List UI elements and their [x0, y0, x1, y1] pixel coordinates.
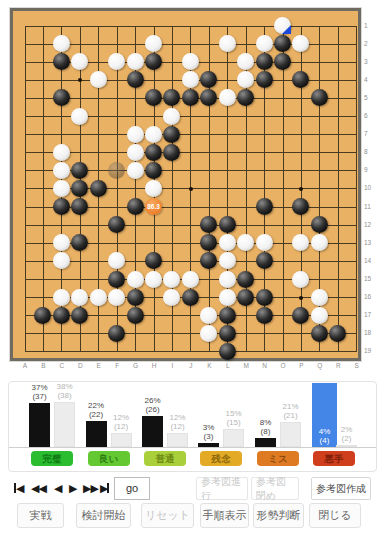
column-label: D [77, 363, 84, 370]
row-label: 6 [364, 113, 376, 120]
black-stone [219, 325, 236, 342]
grid-line [25, 351, 358, 352]
action-button-3: リセット [141, 503, 194, 528]
white-stone [127, 53, 144, 70]
white-stone [108, 289, 125, 306]
black-vote-label: 8%(8) [251, 418, 281, 436]
black-stone [127, 307, 144, 324]
white-stone [256, 234, 273, 251]
black-stone [108, 216, 125, 233]
black-stone [256, 53, 273, 70]
black-stone [127, 71, 144, 88]
black-stone [145, 252, 162, 269]
row-label: 5 [364, 95, 376, 102]
column-label: Q [316, 363, 323, 370]
vote-button-6[interactable]: 悪手 [313, 451, 355, 466]
black-stone [53, 198, 70, 215]
fast-backward-icon[interactable]: ◀◀ [31, 478, 46, 498]
white-stone [311, 307, 328, 324]
row-label: 13 [364, 240, 376, 247]
action-button-6[interactable]: 閉じる [309, 503, 361, 528]
go-input[interactable]: go [114, 477, 150, 500]
white-stone [182, 271, 199, 288]
fast-forward-icon[interactable]: ▶▶ [83, 478, 98, 498]
black-stone [292, 198, 309, 215]
black-stone [200, 234, 217, 251]
white-vote-bar [54, 402, 75, 447]
white-stone [53, 289, 70, 306]
row-label: 8 [364, 149, 376, 156]
black-stone [90, 180, 107, 197]
column-label: L [224, 363, 231, 370]
white-vote-label: 15%(15) [219, 409, 249, 427]
black-stone [256, 71, 273, 88]
action-button-2[interactable]: 検討開始 [76, 503, 131, 528]
black-stone [145, 89, 162, 106]
white-stone [53, 35, 70, 52]
white-stone [53, 234, 70, 251]
white-stone [256, 35, 273, 52]
black-stone [292, 71, 309, 88]
black-stone [274, 53, 291, 70]
white-stone [237, 234, 254, 251]
star-point [78, 78, 82, 82]
row-label: 18 [364, 330, 376, 337]
chart-baseline [9, 447, 376, 448]
eval-marker: 86.3 [145, 198, 162, 215]
black-stone [127, 289, 144, 306]
white-stone [53, 162, 70, 179]
column-label: H [151, 363, 158, 370]
column-label: M [243, 363, 250, 370]
white-vote-label: 12%(12) [106, 413, 136, 431]
white-stone [163, 289, 180, 306]
black-vote-bar [29, 403, 50, 447]
row-label: 2 [364, 41, 376, 48]
row-label: 10 [364, 185, 376, 192]
row-label: 19 [364, 348, 376, 355]
black-stone [256, 289, 273, 306]
vote-button-3[interactable]: 普通 [144, 451, 186, 466]
column-label: R [335, 363, 342, 370]
black-stone [71, 234, 88, 251]
grid-line [25, 261, 358, 262]
skip-to-start-icon[interactable]: ◀ [14, 478, 23, 498]
white-stone [53, 180, 70, 197]
white-stone [182, 71, 199, 88]
star-point [299, 296, 303, 300]
row-label: 1 [364, 23, 376, 30]
row-label: 12 [364, 222, 376, 229]
row-label: 14 [364, 258, 376, 265]
vote-button-2[interactable]: 良い [88, 451, 130, 466]
ref-diagram-button-1: 参考図進行 [196, 477, 248, 500]
black-stone [237, 89, 254, 106]
step-backward-icon[interactable]: ◀ [54, 478, 61, 498]
white-stone [219, 289, 236, 306]
ghost-stone [108, 162, 125, 179]
white-stone [90, 289, 107, 306]
black-stone [108, 325, 125, 342]
black-stone [219, 216, 236, 233]
white-stone [182, 53, 199, 70]
white-vote-label: 38%(38) [50, 382, 80, 400]
white-stone [145, 271, 162, 288]
black-stone [34, 307, 51, 324]
move-rating-panel: 37%(37)38%(38)22%(22)12%(12)26%(26)12%(1… [8, 381, 377, 472]
column-label: S [353, 363, 360, 370]
ref-diagram-button-2: 参考図閉め [251, 477, 299, 500]
black-stone [163, 144, 180, 161]
white-stone [127, 271, 144, 288]
white-stone [292, 35, 309, 52]
black-vote-bar [255, 438, 276, 447]
black-vote-label: 26%(26) [138, 396, 168, 414]
black-vote-bar [198, 443, 219, 447]
black-vote-bar [86, 421, 107, 447]
black-stone [237, 289, 254, 306]
white-stone [292, 234, 309, 251]
white-stone [237, 71, 254, 88]
black-vote-bar [142, 416, 163, 447]
column-label: J [187, 363, 194, 370]
vote-button-4[interactable]: 残念 [200, 451, 242, 466]
white-stone [90, 71, 107, 88]
last-move-triangle-icon [282, 25, 291, 34]
column-label: I [169, 363, 176, 370]
white-stone [163, 108, 180, 125]
white-stone [219, 252, 236, 269]
white-stone [311, 234, 328, 251]
black-stone [329, 325, 346, 342]
column-label: G [132, 363, 139, 370]
black-stone [53, 307, 70, 324]
white-vote-label: 12%(12) [163, 413, 193, 431]
row-label: 7 [364, 131, 376, 138]
vote-button-5[interactable]: ミス [257, 451, 299, 466]
white-stone [219, 271, 236, 288]
black-stone [182, 289, 199, 306]
white-stone [108, 252, 125, 269]
black-stone [256, 198, 273, 215]
column-label: A [22, 363, 29, 370]
white-vote-bar [167, 433, 188, 447]
black-stone [200, 252, 217, 269]
black-stone [182, 89, 199, 106]
black-stone [219, 343, 236, 360]
column-label: B [40, 363, 47, 370]
white-vote-label: 2%(2) [332, 425, 362, 443]
black-stone [163, 126, 180, 143]
white-stone [127, 162, 144, 179]
column-label: O [280, 363, 287, 370]
white-stone [53, 144, 70, 161]
white-stone [219, 89, 236, 106]
white-stone [219, 35, 236, 52]
skip-to-end-icon[interactable]: ▶ [100, 478, 109, 498]
black-stone [53, 89, 70, 106]
black-stone [71, 162, 88, 179]
black-stone [108, 271, 125, 288]
black-stone [71, 307, 88, 324]
star-point [299, 187, 303, 191]
action-button-4[interactable]: 手順表示 [200, 503, 249, 528]
black-stone [274, 35, 291, 52]
black-stone [145, 53, 162, 70]
black-stone [311, 325, 328, 342]
column-label: P [298, 363, 305, 370]
grid-line [283, 26, 284, 353]
white-stone [200, 307, 217, 324]
column-label: K [206, 363, 213, 370]
white-vote-bar [223, 429, 244, 447]
action-button-5[interactable]: 形勢判断 [253, 503, 304, 528]
star-point [189, 187, 193, 191]
row-label: 9 [364, 167, 376, 174]
white-stone [71, 53, 88, 70]
column-label: F [114, 363, 121, 370]
white-stone [292, 271, 309, 288]
white-stone [145, 35, 162, 52]
white-stone [127, 126, 144, 143]
black-stone [311, 89, 328, 106]
white-stone [311, 289, 328, 306]
go-review-app: 86.3 ABCDEFGHIJKLMNOPQRS1234567891011121… [0, 0, 384, 539]
row-label: 11 [364, 204, 376, 211]
black-stone [53, 53, 70, 70]
row-label: 4 [364, 77, 376, 84]
black-stone [200, 216, 217, 233]
white-vote-bar [336, 445, 357, 447]
white-stone [145, 180, 162, 197]
black-stone [145, 162, 162, 179]
white-stone [200, 325, 217, 342]
action-button-1[interactable]: 実戦 [17, 503, 64, 528]
white-stone [71, 108, 88, 125]
white-vote-label: 21%(21) [276, 402, 306, 420]
row-label: 3 [364, 59, 376, 66]
black-stone [256, 252, 273, 269]
white-vote-bar [111, 433, 132, 447]
white-stone [163, 271, 180, 288]
white-stone [53, 252, 70, 269]
white-stone [237, 53, 254, 70]
column-label: E [95, 363, 102, 370]
black-stone [311, 216, 328, 233]
goban[interactable]: 86.3 [10, 8, 361, 361]
black-stone [256, 307, 273, 324]
black-stone [200, 89, 217, 106]
black-stone [163, 89, 180, 106]
black-stone [145, 144, 162, 161]
column-label: C [58, 363, 65, 370]
grid-line [356, 26, 357, 353]
grid-line [338, 26, 339, 353]
grid-line [25, 333, 358, 334]
step-forward-icon[interactable]: ▶ [69, 478, 76, 498]
row-label: 17 [364, 312, 376, 319]
black-stone [200, 71, 217, 88]
white-stone [219, 234, 236, 251]
white-vote-bar [280, 422, 301, 447]
black-stone [292, 307, 309, 324]
column-label: N [261, 363, 268, 370]
vote-button-1[interactable]: 完璧 [31, 451, 73, 466]
black-stone [71, 198, 88, 215]
white-stone [145, 126, 162, 143]
ref-diagram-button-3[interactable]: 参考図作成 [311, 477, 371, 500]
row-label: 15 [364, 276, 376, 283]
black-stone [219, 307, 236, 324]
black-stone [127, 198, 144, 215]
white-stone [71, 289, 88, 306]
white-stone [108, 53, 125, 70]
black-stone [71, 180, 88, 197]
black-stone [237, 271, 254, 288]
grid-line [25, 225, 358, 226]
row-label: 16 [364, 294, 376, 301]
white-stone [127, 144, 144, 161]
